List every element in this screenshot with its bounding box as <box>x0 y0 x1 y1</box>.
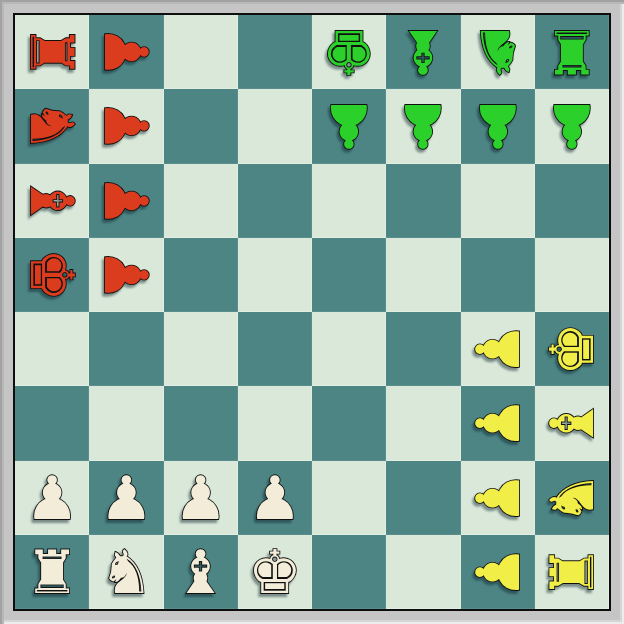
square-g7[interactable]: ♟ <box>461 89 535 163</box>
pawn-glyph: ♟ <box>322 96 376 156</box>
board-frame: ♜♟♚♝♞♜♞♟♟♟♟♟♝♟♚♟♟♚♟♝♟♟♟♟♟♞♜♞♝♚♟♜ <box>0 0 624 624</box>
piece-yellow-king[interactable]: ♚ <box>545 319 599 379</box>
rook-glyph: ♜ <box>25 542 79 602</box>
square-e3[interactable] <box>312 386 386 460</box>
square-f6[interactable] <box>386 164 460 238</box>
pawn-glyph: ♟ <box>174 468 228 528</box>
king-glyph: ♚ <box>322 22 376 82</box>
square-e5[interactable] <box>312 238 386 312</box>
pawn-glyph: ♟ <box>99 468 153 528</box>
square-f8[interactable]: ♝ <box>386 15 460 89</box>
pawn-glyph: ♟ <box>96 25 156 79</box>
piece-yellow-pawn[interactable]: ♟ <box>471 393 525 453</box>
square-d6[interactable] <box>238 164 312 238</box>
piece-green-pawn[interactable]: ♟ <box>396 96 450 156</box>
square-b1[interactable]: ♞ <box>89 535 163 609</box>
square-f1[interactable] <box>386 535 460 609</box>
square-g6[interactable] <box>461 164 535 238</box>
pawn-glyph: ♟ <box>468 322 528 376</box>
pawn-glyph: ♟ <box>248 468 302 528</box>
pawn-glyph: ♟ <box>96 99 156 153</box>
piece-yellow-pawn[interactable]: ♟ <box>471 468 525 528</box>
piece-green-pawn[interactable]: ♟ <box>545 96 599 156</box>
square-b2[interactable]: ♟ <box>89 461 163 535</box>
piece-yellow-bishop[interactable]: ♝ <box>545 393 599 453</box>
square-d7[interactable] <box>238 89 312 163</box>
square-g3[interactable]: ♟ <box>461 386 535 460</box>
square-h8[interactable]: ♜ <box>535 15 609 89</box>
pawn-glyph: ♟ <box>471 96 525 156</box>
square-d8[interactable] <box>238 15 312 89</box>
square-d3[interactable] <box>238 386 312 460</box>
piece-white-knight[interactable]: ♞ <box>99 542 153 602</box>
square-a1[interactable]: ♜ <box>15 535 89 609</box>
square-h1[interactable]: ♜ <box>535 535 609 609</box>
square-h3[interactable]: ♝ <box>535 386 609 460</box>
piece-green-pawn[interactable]: ♟ <box>322 96 376 156</box>
piece-green-pawn[interactable]: ♟ <box>471 96 525 156</box>
square-g5[interactable] <box>461 238 535 312</box>
square-f2[interactable] <box>386 461 460 535</box>
king-glyph: ♚ <box>248 542 302 602</box>
square-g4[interactable]: ♟ <box>461 312 535 386</box>
square-a7[interactable]: ♞ <box>15 89 89 163</box>
piece-red-pawn[interactable]: ♟ <box>99 245 153 305</box>
piece-red-pawn[interactable]: ♟ <box>99 22 153 82</box>
square-g1[interactable]: ♟ <box>461 535 535 609</box>
piece-green-king[interactable]: ♚ <box>322 22 376 82</box>
square-d2[interactable]: ♟ <box>238 461 312 535</box>
square-a2[interactable]: ♟ <box>15 461 89 535</box>
piece-green-knight[interactable]: ♞ <box>471 22 525 82</box>
square-a8[interactable]: ♜ <box>15 15 89 89</box>
king-glyph: ♚ <box>22 248 82 302</box>
square-a6[interactable]: ♝ <box>15 164 89 238</box>
square-g2[interactable]: ♟ <box>461 461 535 535</box>
piece-yellow-knight[interactable]: ♞ <box>545 468 599 528</box>
square-b3[interactable] <box>89 386 163 460</box>
piece-yellow-rook[interactable]: ♜ <box>545 542 599 602</box>
bishop-glyph: ♝ <box>22 174 82 228</box>
piece-yellow-pawn[interactable]: ♟ <box>471 542 525 602</box>
piece-yellow-pawn[interactable]: ♟ <box>471 319 525 379</box>
piece-red-bishop[interactable]: ♝ <box>25 171 79 231</box>
piece-white-pawn[interactable]: ♟ <box>248 468 302 528</box>
chess-board: ♜♟♚♝♞♜♞♟♟♟♟♟♝♟♚♟♟♚♟♝♟♟♟♟♟♞♜♞♝♚♟♜ <box>13 13 611 611</box>
square-e4[interactable] <box>312 312 386 386</box>
bishop-glyph: ♝ <box>396 22 450 82</box>
pawn-glyph: ♟ <box>468 545 528 599</box>
square-d4[interactable] <box>238 312 312 386</box>
square-f4[interactable] <box>386 312 460 386</box>
square-g8[interactable]: ♞ <box>461 15 535 89</box>
square-e7[interactable]: ♟ <box>312 89 386 163</box>
square-f5[interactable] <box>386 238 460 312</box>
square-e8[interactable]: ♚ <box>312 15 386 89</box>
square-d5[interactable] <box>238 238 312 312</box>
pawn-glyph: ♟ <box>96 174 156 228</box>
square-c7[interactable] <box>164 89 238 163</box>
piece-green-rook[interactable]: ♜ <box>545 22 599 82</box>
piece-white-pawn[interactable]: ♟ <box>174 468 228 528</box>
piece-red-rook[interactable]: ♜ <box>25 22 79 82</box>
piece-white-pawn[interactable]: ♟ <box>25 468 79 528</box>
square-h7[interactable]: ♟ <box>535 89 609 163</box>
square-e6[interactable] <box>312 164 386 238</box>
square-h5[interactable] <box>535 238 609 312</box>
knight-glyph: ♞ <box>542 471 602 525</box>
square-c6[interactable] <box>164 164 238 238</box>
piece-white-pawn[interactable]: ♟ <box>99 468 153 528</box>
square-b7[interactable]: ♟ <box>89 89 163 163</box>
knight-glyph: ♞ <box>22 99 82 153</box>
piece-green-bishop[interactable]: ♝ <box>396 22 450 82</box>
square-b8[interactable]: ♟ <box>89 15 163 89</box>
square-e2[interactable] <box>312 461 386 535</box>
square-c2[interactable]: ♟ <box>164 461 238 535</box>
square-a5[interactable]: ♚ <box>15 238 89 312</box>
square-c5[interactable] <box>164 238 238 312</box>
king-glyph: ♚ <box>542 322 602 376</box>
rook-glyph: ♜ <box>545 22 599 82</box>
knight-glyph: ♞ <box>99 542 153 602</box>
knight-glyph: ♞ <box>471 22 525 82</box>
square-b5[interactable]: ♟ <box>89 238 163 312</box>
pawn-glyph: ♟ <box>25 468 79 528</box>
square-e1[interactable] <box>312 535 386 609</box>
pawn-glyph: ♟ <box>468 396 528 450</box>
square-c3[interactable] <box>164 386 238 460</box>
square-f3[interactable] <box>386 386 460 460</box>
bishop-glyph: ♝ <box>174 542 228 602</box>
bishop-glyph: ♝ <box>542 396 602 450</box>
rook-glyph: ♜ <box>22 25 82 79</box>
square-d1[interactable]: ♚ <box>238 535 312 609</box>
piece-red-knight[interactable]: ♞ <box>25 96 79 156</box>
rook-glyph: ♜ <box>542 545 602 599</box>
piece-white-rook[interactable]: ♜ <box>25 542 79 602</box>
square-c8[interactable] <box>164 15 238 89</box>
square-h2[interactable]: ♞ <box>535 461 609 535</box>
piece-red-pawn[interactable]: ♟ <box>99 171 153 231</box>
pawn-glyph: ♟ <box>545 96 599 156</box>
pawn-glyph: ♟ <box>396 96 450 156</box>
square-f7[interactable]: ♟ <box>386 89 460 163</box>
piece-red-king[interactable]: ♚ <box>25 245 79 305</box>
square-h4[interactable]: ♚ <box>535 312 609 386</box>
square-b4[interactable] <box>89 312 163 386</box>
piece-red-pawn[interactable]: ♟ <box>99 96 153 156</box>
pawn-glyph: ♟ <box>468 471 528 525</box>
square-a4[interactable] <box>15 312 89 386</box>
square-h6[interactable] <box>535 164 609 238</box>
pawn-glyph: ♟ <box>96 248 156 302</box>
piece-white-king[interactable]: ♚ <box>248 542 302 602</box>
square-c1[interactable]: ♝ <box>164 535 238 609</box>
piece-white-bishop[interactable]: ♝ <box>174 542 228 602</box>
square-c4[interactable] <box>164 312 238 386</box>
square-a3[interactable] <box>15 386 89 460</box>
square-b6[interactable]: ♟ <box>89 164 163 238</box>
